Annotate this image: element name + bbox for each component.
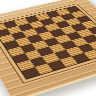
chessboard (0, 0, 96, 96)
board-grid (0, 6, 96, 80)
board-inlay-border (0, 4, 96, 84)
product-photo (0, 0, 96, 96)
